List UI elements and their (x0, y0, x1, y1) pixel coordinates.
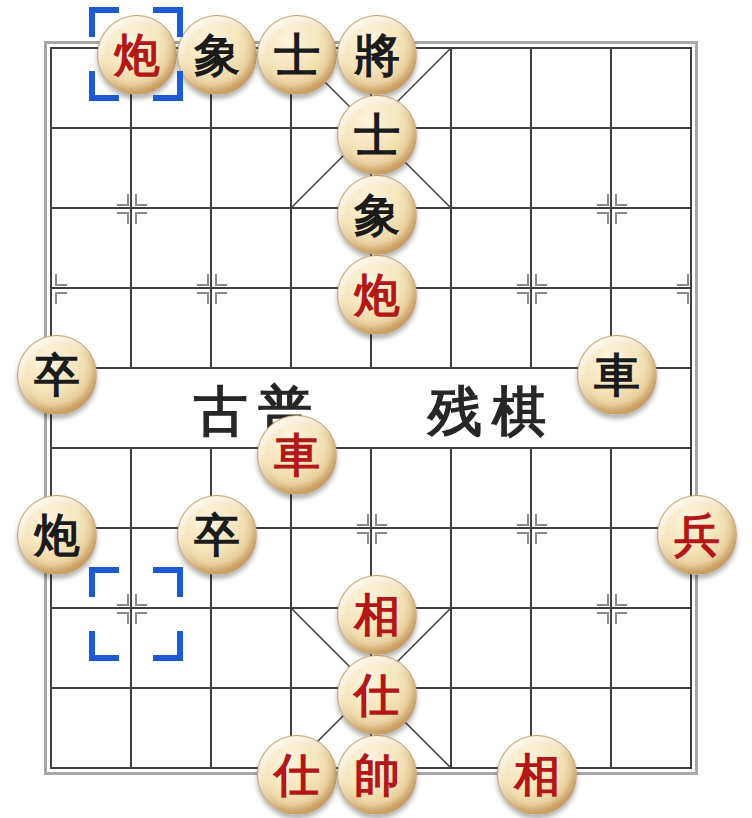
piece-black-cannon[interactable]: 炮 (17, 495, 97, 575)
piece-red-advisor[interactable]: 仕 (257, 735, 337, 815)
board-cell (131, 288, 211, 368)
board-cell (51, 128, 131, 208)
piece-black-chariot[interactable]: 車 (577, 335, 657, 415)
piece-black-advisor[interactable]: 士 (337, 95, 417, 175)
board-cell (211, 608, 291, 688)
piece-black-general[interactable]: 將 (337, 15, 417, 95)
board-cell (451, 608, 531, 688)
piece-glyph: 象 (354, 192, 400, 238)
piece-black-elephant[interactable]: 象 (177, 15, 257, 95)
board-cell (611, 608, 691, 688)
board-cell (531, 208, 611, 288)
board-cell (451, 208, 531, 288)
piece-glyph: 炮 (114, 32, 160, 78)
piece-glyph: 卒 (34, 352, 80, 398)
piece-glyph: 兵 (674, 512, 720, 558)
piece-glyph: 卒 (194, 512, 240, 558)
piece-red-cannon[interactable]: 炮 (337, 255, 417, 335)
board-cell (51, 208, 131, 288)
board-cell (211, 128, 291, 208)
piece-red-king[interactable]: 帥 (337, 735, 417, 815)
piece-red-elephant[interactable]: 相 (337, 575, 417, 655)
board-cell (531, 128, 611, 208)
river-label-right: 残棋 (428, 384, 556, 438)
piece-glyph: 車 (594, 352, 640, 398)
piece-glyph: 象 (194, 32, 240, 78)
board-cell (451, 48, 531, 128)
board-cell (131, 688, 211, 768)
piece-red-elephant[interactable]: 相 (497, 735, 577, 815)
board-cell (451, 288, 531, 368)
piece-glyph: 士 (354, 112, 400, 158)
piece-glyph: 將 (354, 32, 400, 78)
piece-red-advisor[interactable]: 仕 (337, 655, 417, 735)
board-cell (211, 208, 291, 288)
board-cell (451, 128, 531, 208)
piece-glyph: 相 (354, 592, 400, 638)
river-right-edge-line (690, 368, 692, 448)
board-cell (531, 448, 611, 528)
board-cell (611, 48, 691, 128)
piece-glyph: 車 (274, 432, 320, 478)
board-cell (531, 48, 611, 128)
board-cell (51, 608, 131, 688)
piece-glyph: 炮 (354, 272, 400, 318)
board-cell (51, 688, 131, 768)
board-cell (531, 608, 611, 688)
piece-red-soldier[interactable]: 兵 (657, 495, 737, 575)
board-cell (131, 208, 211, 288)
piece-glyph: 仕 (274, 752, 320, 798)
piece-glyph: 帥 (354, 752, 400, 798)
piece-black-soldier[interactable]: 卒 (17, 335, 97, 415)
piece-red-cannon[interactable]: 炮 (97, 15, 177, 95)
piece-black-advisor[interactable]: 士 (257, 15, 337, 95)
board-cell (531, 528, 611, 608)
board-cell (611, 688, 691, 768)
piece-red-chariot[interactable]: 車 (257, 415, 337, 495)
piece-glyph: 相 (514, 752, 560, 798)
board-cell (371, 448, 451, 528)
board-cell (211, 288, 291, 368)
piece-black-soldier[interactable]: 卒 (177, 495, 257, 575)
board-cell (131, 608, 211, 688)
xiangqi-board[interactable]: 古普 残棋 炮象士將士象炮卒車車炮卒兵相仕仕帥相 (0, 0, 752, 818)
piece-glyph: 仕 (354, 672, 400, 718)
board-cell (451, 528, 531, 608)
board-cell (451, 448, 531, 528)
piece-glyph: 士 (274, 32, 320, 78)
board-cell (611, 128, 691, 208)
piece-glyph: 炮 (34, 512, 80, 558)
board-cell (611, 208, 691, 288)
piece-black-elephant[interactable]: 象 (337, 175, 417, 255)
board-cell (131, 128, 211, 208)
